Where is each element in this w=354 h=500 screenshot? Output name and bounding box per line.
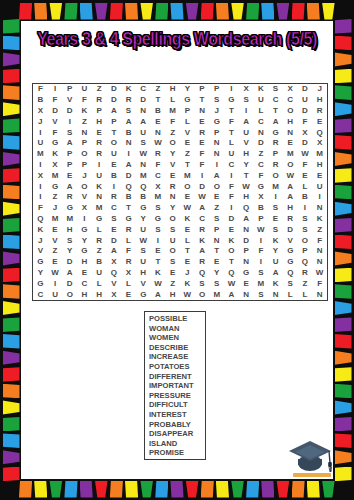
- grid-cell-r13c2: M: [48, 214, 63, 225]
- grid-cell-r10c10: R: [165, 181, 180, 192]
- grid-cell-r9c10: E: [165, 170, 180, 181]
- grid-cell-r6c4: P: [77, 138, 92, 149]
- grid-cell-r16c20: N: [312, 246, 327, 257]
- grid-cell-r9c9: C: [151, 170, 166, 181]
- grid-cell-r15c10: U: [165, 235, 180, 246]
- grid-cell-r10c2: G: [48, 181, 63, 192]
- grid-cell-r19c15: E: [239, 278, 254, 289]
- grid-cell-r19c14: W: [224, 278, 239, 289]
- border-tile: [95, 3, 108, 20]
- grid-cell-r15c5: R: [92, 235, 107, 246]
- grid-cell-r17c19: Q: [298, 257, 313, 268]
- border-tile: [49, 3, 62, 20]
- grid-cell-r1c3: P: [62, 84, 77, 95]
- border-tile: [335, 317, 352, 332]
- grid-cell-r19c17: K: [268, 278, 283, 289]
- grid-cell-r5c7: B: [121, 127, 136, 138]
- border-tile: [246, 3, 259, 20]
- grid-cell-r7c2: K: [48, 149, 63, 160]
- grid-cell-r20c11: W: [180, 289, 195, 300]
- grid-cell-r16c10: O: [165, 246, 180, 257]
- grid-cell-r9c19: E: [298, 170, 313, 181]
- grid-cell-r6c19: D: [298, 138, 313, 149]
- grid-cell-r8c1: I: [33, 160, 48, 171]
- grid-cell-r15c6: D: [106, 235, 121, 246]
- grid-cell-r18c14: Q: [224, 268, 239, 279]
- grid-cell-r17c16: I: [253, 257, 268, 268]
- border-tile: [246, 481, 259, 498]
- grid-cell-r11c2: Z: [48, 192, 63, 203]
- grid-cell-r12c8: G: [136, 203, 151, 214]
- grid-cell-r4c3: I: [62, 116, 77, 127]
- border-tile: [335, 251, 352, 266]
- wordsearch-grid: FIPUZDKCZHYPPIXKSXDJBFVFRDRDTLGTSGSUCCUH…: [32, 83, 328, 301]
- grid-cell-r13c7: G: [121, 214, 136, 225]
- grid-cell-r8c14: C: [224, 160, 239, 171]
- grid-cell-r14c1: K: [33, 224, 48, 235]
- border-tile: [335, 152, 352, 167]
- grid-cell-r11c8: B: [136, 192, 151, 203]
- grid-cell-r6c12: E: [195, 138, 210, 149]
- grid-cell-r10c3: A: [62, 181, 77, 192]
- grid-cell-r6c17: R: [268, 138, 283, 149]
- border-tile: [155, 3, 168, 20]
- grid-cell-r3c16: L: [253, 106, 268, 117]
- grid-cell-r19c2: I: [48, 278, 63, 289]
- grid-cell-r17c4: H: [77, 257, 92, 268]
- grid-cell-r7c11: Z: [180, 149, 195, 160]
- grid-cell-r6c18: E: [283, 138, 298, 149]
- grid-cell-r12c16: B: [253, 203, 268, 214]
- grid-cell-r1c2: I: [48, 84, 63, 95]
- grid-cell-r15c14: K: [224, 235, 239, 246]
- grid-cell-r8c20: H: [312, 160, 327, 171]
- grid-cell-r14c15: N: [239, 224, 254, 235]
- grid-cell-r16c5: Z: [92, 246, 107, 257]
- grid-cell-r19c10: Z: [165, 278, 180, 289]
- worksheet-page: Years 3 & 4 Spellings Wordsearch (5/5) F…: [0, 0, 354, 500]
- grid-cell-r11c17: I: [268, 192, 283, 203]
- grid-cell-r10c16: G: [253, 181, 268, 192]
- border-tile: [3, 152, 20, 167]
- grid-cell-r6c13: N: [209, 138, 224, 149]
- grid-cell-r17c15: N: [239, 257, 254, 268]
- grid-cell-r3c11: P: [180, 106, 195, 117]
- grid-cell-r4c15: A: [239, 116, 254, 127]
- grid-cell-r12c18: H: [283, 203, 298, 214]
- word-list: POSSIBLEWOMANWOMENDESCRIBEINCREASEPOTATO…: [144, 311, 206, 460]
- grid-cell-r11c13: E: [209, 192, 224, 203]
- border-tile: [3, 417, 20, 432]
- rainbow-border-right: [335, 19, 352, 481]
- grid-cell-r17c8: U: [136, 257, 151, 268]
- grid-cell-r1c5: Z: [92, 84, 107, 95]
- grid-cell-r13c16: P: [253, 214, 268, 225]
- grid-cell-r4c16: C: [253, 116, 268, 127]
- grid-cell-r19c18: S: [283, 278, 298, 289]
- grid-cell-r15c3: S: [62, 235, 77, 246]
- grid-cell-r4c11: L: [180, 116, 195, 127]
- grid-cell-r6c15: V: [239, 138, 254, 149]
- border-tile: [335, 467, 352, 482]
- border-tile: [335, 400, 352, 415]
- word-list-item: PROBABLY: [149, 420, 205, 430]
- border-tile: [64, 3, 77, 20]
- border-tile: [170, 3, 183, 20]
- grid-cell-r9c12: I: [195, 170, 210, 181]
- grid-cell-r12c4: X: [77, 203, 92, 214]
- grid-cell-r15c12: K: [195, 235, 210, 246]
- grid-cell-r2c14: G: [224, 95, 239, 106]
- border-tile: [201, 3, 214, 20]
- border-tile: [322, 3, 335, 20]
- grid-cell-r12c6: C: [106, 203, 121, 214]
- word-list-item: DISAPPEAR: [149, 429, 205, 439]
- grid-cell-r15c17: K: [268, 235, 283, 246]
- grid-cell-r20c13: M: [209, 289, 224, 300]
- grid-cell-r5c12: R: [195, 127, 210, 138]
- grid-cell-r4c7: A: [121, 116, 136, 127]
- grid-cell-r12c1: F: [33, 203, 48, 214]
- border-tile: [3, 351, 20, 366]
- grid-cell-r10c14: F: [224, 181, 239, 192]
- border-tile: [3, 251, 20, 266]
- grid-cell-r14c5: L: [92, 224, 107, 235]
- grid-cell-r13c19: S: [298, 214, 313, 225]
- grid-cell-r5c2: F: [48, 127, 63, 138]
- grid-cell-r17c11: E: [180, 257, 195, 268]
- grid-cell-r15c18: V: [283, 235, 298, 246]
- grid-cell-r20c4: H: [77, 289, 92, 300]
- grid-cell-r14c17: S: [268, 224, 283, 235]
- grid-cell-r14c14: E: [224, 224, 239, 235]
- grid-cell-r14c20: Z: [312, 224, 327, 235]
- border-tile: [335, 218, 352, 233]
- border-tile: [3, 235, 20, 250]
- border-tile: [34, 481, 47, 498]
- grid-cell-r17c7: R: [121, 257, 136, 268]
- grid-cell-r15c7: L: [121, 235, 136, 246]
- word-list-item: WOMEN: [149, 333, 205, 343]
- grid-cell-r10c11: O: [180, 181, 195, 192]
- grid-cell-r14c8: U: [136, 224, 151, 235]
- border-tile: [307, 481, 320, 498]
- grid-cell-r19c6: V: [106, 278, 121, 289]
- border-tile: [276, 481, 289, 498]
- grid-cell-r11c3: R: [62, 192, 77, 203]
- grid-cell-r17c5: B: [92, 257, 107, 268]
- border-tile: [231, 481, 244, 498]
- border-tile: [170, 481, 183, 498]
- grid-cell-r10c4: O: [77, 181, 92, 192]
- grid-cell-r11c19: B: [298, 192, 313, 203]
- border-tile: [3, 19, 20, 34]
- grid-cell-r12c11: W: [180, 203, 195, 214]
- grid-cell-r7c1: M: [33, 149, 48, 160]
- grid-cell-r18c10: E: [165, 268, 180, 279]
- grid-cell-r15c4: Y: [77, 235, 92, 246]
- grid-cell-r20c5: H: [92, 289, 107, 300]
- grid-cell-r18c2: W: [48, 268, 63, 279]
- border-tile: [3, 284, 20, 299]
- grid-cell-r16c9: E: [151, 246, 166, 257]
- grid-cell-r20c3: O: [62, 289, 77, 300]
- grid-cell-r8c10: V: [165, 160, 180, 171]
- grid-cell-r9c14: I: [224, 170, 239, 181]
- grid-cell-r14c13: P: [209, 224, 224, 235]
- grid-cell-r4c17: A: [268, 116, 283, 127]
- border-tile: [3, 317, 20, 332]
- grid-cell-r10c17: M: [268, 181, 283, 192]
- border-tile: [3, 85, 20, 100]
- grid-cell-r13c3: M: [62, 214, 77, 225]
- grid-cell-r3c19: D: [298, 106, 313, 117]
- grid-cell-r13c5: G: [92, 214, 107, 225]
- grid-cell-r19c19: Z: [298, 278, 313, 289]
- grid-cell-r4c18: H: [283, 116, 298, 127]
- grid-cell-r5c8: U: [136, 127, 151, 138]
- border-tile: [3, 301, 20, 316]
- grid-cell-r3c14: T: [224, 106, 239, 117]
- border-tile: [216, 481, 229, 498]
- grid-cell-r4c10: F: [165, 116, 180, 127]
- grid-cell-r7c19: W: [298, 149, 313, 160]
- border-tile: [3, 201, 20, 216]
- border-tile: [231, 3, 244, 20]
- border-tile: [125, 481, 138, 498]
- grid-cell-r1c1: F: [33, 84, 48, 95]
- grid-cell-r7c14: U: [224, 149, 239, 160]
- grid-cell-r6c10: O: [165, 138, 180, 149]
- grid-cell-r8c16: C: [253, 160, 268, 171]
- grid-cell-r11c15: H: [239, 192, 254, 203]
- border-tile: [19, 481, 32, 498]
- worksheet-content: Years 3 & 4 Spellings Wordsearch (5/5) F…: [20, 20, 334, 480]
- border-tile: [335, 102, 352, 117]
- grid-cell-r11c6: R: [106, 192, 121, 203]
- grid-cell-r18c16: S: [253, 268, 268, 279]
- border-tile: [335, 19, 352, 34]
- grid-cell-r1c11: Y: [180, 84, 195, 95]
- grid-cell-r8c5: I: [92, 160, 107, 171]
- grid-cell-r20c2: U: [48, 289, 63, 300]
- grid-cell-r12c5: M: [92, 203, 107, 214]
- grid-cell-r12c20: N: [312, 203, 327, 214]
- grid-cell-r8c7: A: [121, 160, 136, 171]
- grid-cell-r11c9: M: [151, 192, 166, 203]
- grid-cell-r9c8: M: [136, 170, 151, 181]
- grid-cell-r4c13: G: [209, 116, 224, 127]
- grid-cell-r18c1: Y: [33, 268, 48, 279]
- grid-cell-r7c9: R: [151, 149, 166, 160]
- grid-cell-r8c6: E: [106, 160, 121, 171]
- grid-cell-r19c1: G: [33, 278, 48, 289]
- grid-cell-r13c14: D: [224, 214, 239, 225]
- grid-cell-r4c5: H: [92, 116, 107, 127]
- page-title: Years 3 & 4 Spellings Wordsearch (5/5): [21, 29, 333, 49]
- grid-cell-r4c8: A: [136, 116, 151, 127]
- border-tile: [3, 467, 20, 482]
- watermark: [293, 473, 331, 477]
- grid-cell-r20c20: N: [312, 289, 327, 300]
- grid-cell-r11c11: E: [180, 192, 195, 203]
- grid-cell-r12c9: S: [151, 203, 166, 214]
- grid-cell-r9c15: T: [239, 170, 254, 181]
- grid-cell-r13c18: R: [283, 214, 298, 225]
- grid-cell-r6c2: G: [48, 138, 63, 149]
- grid-cell-r17c9: T: [151, 257, 166, 268]
- border-tile: [335, 417, 352, 432]
- grid-cell-r4c1: J: [33, 116, 48, 127]
- grid-cell-r18c9: K: [151, 268, 166, 279]
- grid-cell-r20c6: X: [106, 289, 121, 300]
- grid-cell-r16c8: S: [136, 246, 151, 257]
- grid-cell-r16c2: Z: [48, 246, 63, 257]
- grid-cell-r20c14: A: [224, 289, 239, 300]
- grid-cell-r2c11: G: [180, 95, 195, 106]
- grid-cell-r3c18: O: [283, 106, 298, 117]
- grid-cell-r18c18: Q: [283, 268, 298, 279]
- border-tile: [292, 481, 305, 498]
- grid-cell-r16c6: A: [106, 246, 121, 257]
- grid-cell-r20c10: H: [165, 289, 180, 300]
- border-tile: [140, 3, 153, 20]
- grid-cell-r9c2: M: [48, 170, 63, 181]
- grid-cell-r15c9: I: [151, 235, 166, 246]
- word-list-item: ISLAND: [149, 439, 205, 449]
- grid-cell-r9c16: F: [253, 170, 268, 181]
- grid-cell-r14c12: R: [195, 224, 210, 235]
- grid-cell-r8c11: T: [180, 160, 195, 171]
- border-tile: [140, 481, 153, 498]
- grid-cell-r11c20: I: [312, 192, 327, 203]
- grid-cell-r4c9: E: [151, 116, 166, 127]
- word-list-item: IMPORTANT: [149, 381, 205, 391]
- word-list-item: DIFFERENT: [149, 372, 205, 382]
- grid-cell-r2c5: R: [92, 95, 107, 106]
- grid-cell-r19c16: M: [253, 278, 268, 289]
- grid-cell-r11c1: I: [33, 192, 48, 203]
- border-tile: [335, 301, 352, 316]
- grid-cell-r2c8: D: [136, 95, 151, 106]
- grid-cell-r13c15: A: [239, 214, 254, 225]
- grid-cell-r5c1: I: [33, 127, 48, 138]
- grid-cell-r16c17: Y: [268, 246, 283, 257]
- grid-cell-r18c4: E: [77, 268, 92, 279]
- grid-cell-r19c12: S: [195, 278, 210, 289]
- grid-cell-r1c15: X: [239, 84, 254, 95]
- grid-cell-r13c11: K: [180, 214, 195, 225]
- border-tile: [3, 450, 20, 465]
- border-tile: [276, 3, 289, 20]
- border-tile: [3, 168, 20, 183]
- grid-cell-r18c15: G: [239, 268, 254, 279]
- grid-cell-r20c18: L: [283, 289, 298, 300]
- grid-cell-r9c11: M: [180, 170, 195, 181]
- border-tile: [322, 481, 335, 498]
- grid-cell-r11c4: V: [77, 192, 92, 203]
- border-tile: [335, 284, 352, 299]
- grid-cell-r20c12: O: [195, 289, 210, 300]
- grid-cell-r16c14: O: [224, 246, 239, 257]
- grid-cell-r19c11: K: [180, 278, 195, 289]
- border-tile: [335, 367, 352, 382]
- grid-cell-r12c7: T: [121, 203, 136, 214]
- grid-cell-r16c12: A: [195, 246, 210, 257]
- border-tile: [335, 268, 352, 283]
- grid-cell-r10c1: I: [33, 181, 48, 192]
- grid-cell-r16c4: G: [77, 246, 92, 257]
- grid-cell-r3c1: X: [33, 106, 48, 117]
- grid-cell-r9c17: O: [268, 170, 283, 181]
- grid-cell-r18c7: X: [121, 268, 136, 279]
- grid-cell-r3c7: S: [121, 106, 136, 117]
- grid-cell-r20c9: A: [151, 289, 166, 300]
- border-tile: [110, 3, 123, 20]
- grid-cell-r8c3: P: [62, 160, 77, 171]
- border-tile: [3, 384, 20, 399]
- grid-cell-r16c18: G: [283, 246, 298, 257]
- grid-cell-r18c20: W: [312, 268, 327, 279]
- grid-cell-r8c13: I: [209, 160, 224, 171]
- grid-cell-r5c13: P: [209, 127, 224, 138]
- grid-cell-r2c1: B: [33, 95, 48, 106]
- grid-cell-r6c11: E: [180, 138, 195, 149]
- border-tile: [3, 367, 20, 382]
- border-tile: [19, 3, 32, 20]
- grid-cell-r15c15: D: [239, 235, 254, 246]
- grid-cell-r3c9: B: [151, 106, 166, 117]
- grid-cell-r4c12: E: [195, 116, 210, 127]
- grid-cell-r13c17: E: [268, 214, 283, 225]
- grid-cell-r19c13: S: [209, 278, 224, 289]
- grid-cell-r8c8: N: [136, 160, 151, 171]
- border-tile: [186, 3, 199, 20]
- grid-cell-r6c9: W: [151, 138, 166, 149]
- grid-cell-r5c11: V: [180, 127, 195, 138]
- grid-cell-r7c20: M: [312, 149, 327, 160]
- grid-cell-r3c4: K: [77, 106, 92, 117]
- grid-cell-r14c19: S: [298, 224, 313, 235]
- word-list-item: DESCRIBE: [149, 343, 205, 353]
- grid-cell-r4c4: Z: [77, 116, 92, 127]
- grid-cell-r2c13: S: [209, 95, 224, 106]
- grid-cell-r1c8: C: [136, 84, 151, 95]
- border-tile: [3, 102, 20, 117]
- grid-cell-r20c19: L: [298, 289, 313, 300]
- grid-cell-r7c15: H: [239, 149, 254, 160]
- grid-cell-r17c1: G: [33, 257, 48, 268]
- grid-cell-r8c2: X: [48, 160, 63, 171]
- grid-cell-r1c18: X: [283, 84, 298, 95]
- grid-cell-r7c16: Z: [253, 149, 268, 160]
- grid-cell-r11c16: X: [253, 192, 268, 203]
- grid-cell-r6c14: L: [224, 138, 239, 149]
- grid-cell-r4c2: V: [48, 116, 63, 127]
- grid-cell-r18c5: U: [92, 268, 107, 279]
- grid-cell-r19c8: V: [136, 278, 151, 289]
- grid-cell-r7c7: I: [121, 149, 136, 160]
- grid-cell-r5c4: N: [77, 127, 92, 138]
- grid-cell-r18c13: Y: [209, 268, 224, 279]
- border-tile: [110, 481, 123, 498]
- border-tile: [335, 52, 352, 67]
- grid-cell-r15c13: N: [209, 235, 224, 246]
- grid-cell-r18c3: A: [62, 268, 77, 279]
- grid-cell-r3c20: R: [312, 106, 327, 117]
- border-tile: [261, 3, 274, 20]
- border-tile: [335, 384, 352, 399]
